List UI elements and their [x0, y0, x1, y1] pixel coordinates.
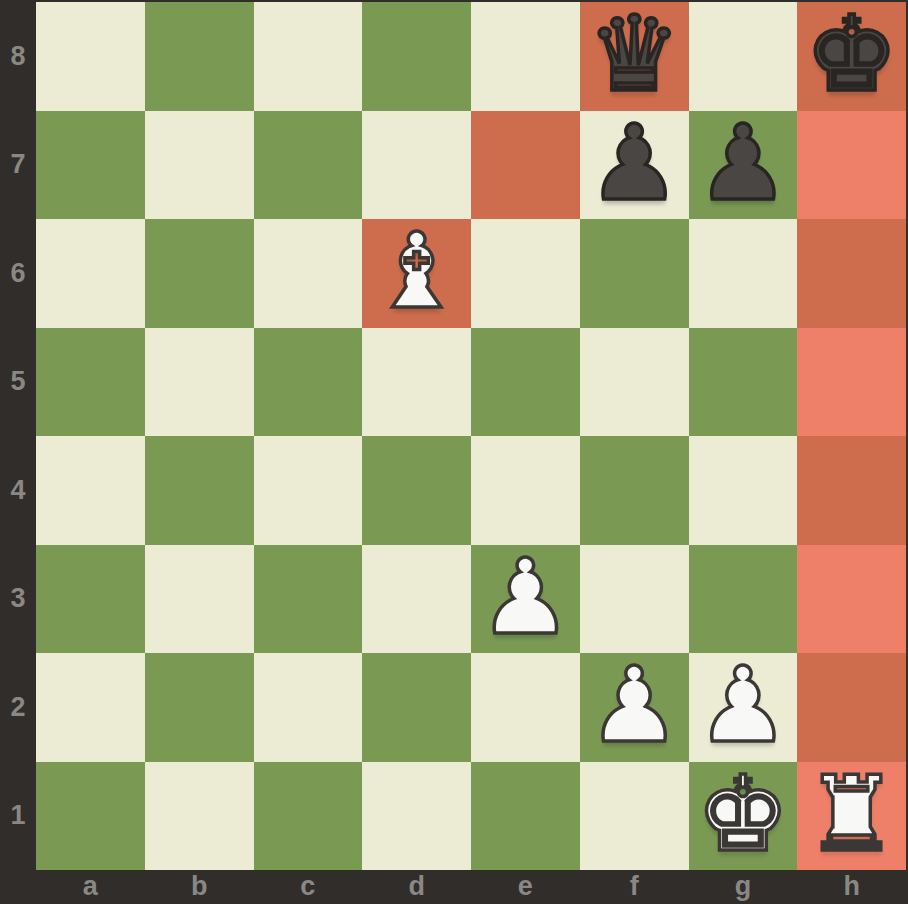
black-king-piece[interactable]: ♚ — [805, 2, 898, 106]
square-f1[interactable] — [580, 762, 689, 871]
rank-label-4: 4 — [0, 436, 36, 545]
square-d1[interactable] — [362, 762, 471, 871]
square-d5[interactable] — [362, 328, 471, 437]
file-label-f: f — [580, 870, 689, 904]
square-h5[interactable] — [797, 328, 906, 437]
black-pawn-piece[interactable]: ♟ — [696, 111, 789, 215]
square-c1[interactable] — [254, 762, 363, 871]
white-pawn-piece[interactable]: ♟ — [588, 653, 681, 757]
square-a2[interactable] — [36, 653, 145, 762]
rank-label-2: 2 — [0, 653, 36, 762]
square-b4[interactable] — [145, 436, 254, 545]
square-g5[interactable] — [689, 328, 798, 437]
black-pawn-piece[interactable]: ♟ — [588, 111, 681, 215]
square-c3[interactable] — [254, 545, 363, 654]
square-e1[interactable] — [471, 762, 580, 871]
square-b3[interactable] — [145, 545, 254, 654]
square-f6[interactable] — [580, 219, 689, 328]
file-label-e: e — [471, 870, 580, 904]
file-label-b: b — [145, 870, 254, 904]
square-h1[interactable]: ♜ — [797, 762, 906, 871]
square-d7[interactable] — [362, 111, 471, 220]
white-pawn-piece[interactable]: ♟ — [479, 545, 572, 649]
square-d3[interactable] — [362, 545, 471, 654]
rank-labels: 87654321 — [0, 2, 36, 870]
square-f4[interactable] — [580, 436, 689, 545]
square-h3[interactable] — [797, 545, 906, 654]
square-a3[interactable] — [36, 545, 145, 654]
rank-label-3: 3 — [0, 545, 36, 654]
square-g6[interactable] — [689, 219, 798, 328]
square-d2[interactable] — [362, 653, 471, 762]
white-bishop-piece[interactable]: ♝ — [370, 219, 463, 323]
square-g3[interactable] — [689, 545, 798, 654]
square-b7[interactable] — [145, 111, 254, 220]
square-a5[interactable] — [36, 328, 145, 437]
square-c6[interactable] — [254, 219, 363, 328]
square-a7[interactable] — [36, 111, 145, 220]
square-e5[interactable] — [471, 328, 580, 437]
file-label-h: h — [797, 870, 906, 904]
square-h7[interactable] — [797, 111, 906, 220]
square-c7[interactable] — [254, 111, 363, 220]
square-d6[interactable]: ♝ — [362, 219, 471, 328]
square-f2[interactable]: ♟ — [580, 653, 689, 762]
square-e6[interactable] — [471, 219, 580, 328]
square-f7[interactable]: ♟ — [580, 111, 689, 220]
file-label-a: a — [36, 870, 145, 904]
square-b6[interactable] — [145, 219, 254, 328]
white-king-piece[interactable]: ♚ — [696, 762, 789, 866]
square-h4[interactable] — [797, 436, 906, 545]
square-c4[interactable] — [254, 436, 363, 545]
square-a1[interactable] — [36, 762, 145, 871]
square-e7[interactable] — [471, 111, 580, 220]
white-pawn-piece[interactable]: ♟ — [696, 653, 789, 757]
square-e8[interactable] — [471, 2, 580, 111]
rank-label-8: 8 — [0, 2, 36, 111]
square-e4[interactable] — [471, 436, 580, 545]
square-a8[interactable] — [36, 2, 145, 111]
square-f5[interactable] — [580, 328, 689, 437]
square-c8[interactable] — [254, 2, 363, 111]
square-d4[interactable] — [362, 436, 471, 545]
square-g7[interactable]: ♟ — [689, 111, 798, 220]
rank-label-7: 7 — [0, 111, 36, 220]
chess-board-app: 87654321 ♛♚♟♟♝♟♟♟♚♜ abcdefgh — [0, 0, 908, 904]
square-b5[interactable] — [145, 328, 254, 437]
file-label-d: d — [362, 870, 471, 904]
square-f8[interactable]: ♛ — [580, 2, 689, 111]
square-g4[interactable] — [689, 436, 798, 545]
square-c2[interactable] — [254, 653, 363, 762]
square-g1[interactable]: ♚ — [689, 762, 798, 871]
square-a4[interactable] — [36, 436, 145, 545]
square-g8[interactable] — [689, 2, 798, 111]
file-label-c: c — [254, 870, 363, 904]
square-b8[interactable] — [145, 2, 254, 111]
square-b2[interactable] — [145, 653, 254, 762]
file-labels: abcdefgh — [36, 870, 906, 904]
square-h2[interactable] — [797, 653, 906, 762]
square-e2[interactable] — [471, 653, 580, 762]
square-e3[interactable]: ♟ — [471, 545, 580, 654]
square-f3[interactable] — [580, 545, 689, 654]
square-h8[interactable]: ♚ — [797, 2, 906, 111]
square-h6[interactable] — [797, 219, 906, 328]
rank-label-6: 6 — [0, 219, 36, 328]
black-queen-piece[interactable]: ♛ — [588, 2, 681, 106]
square-d8[interactable] — [362, 2, 471, 111]
square-b1[interactable] — [145, 762, 254, 871]
square-g2[interactable]: ♟ — [689, 653, 798, 762]
rank-label-5: 5 — [0, 328, 36, 437]
rank-label-1: 1 — [0, 762, 36, 871]
square-c5[interactable] — [254, 328, 363, 437]
white-rook-piece[interactable]: ♜ — [805, 762, 898, 866]
chess-board: ♛♚♟♟♝♟♟♟♚♜ — [36, 2, 906, 870]
file-label-g: g — [689, 870, 798, 904]
square-a6[interactable] — [36, 219, 145, 328]
